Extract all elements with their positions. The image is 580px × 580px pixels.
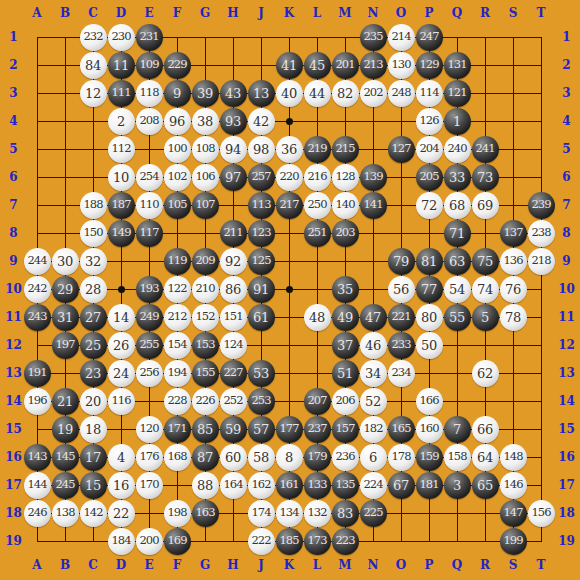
move-number: 77 xyxy=(421,283,437,296)
stone-A9-white[interactable]: 244 xyxy=(24,248,51,275)
stone-L16-black[interactable]: 179 xyxy=(304,444,331,471)
stone-F2-black[interactable]: 229 xyxy=(164,52,191,79)
col-label-bottom-R: R xyxy=(473,558,497,572)
move-number: 118 xyxy=(139,87,158,99)
stone-O2-white[interactable]: 130 xyxy=(388,52,415,79)
stone-M13-black[interactable]: 51 xyxy=(332,360,359,387)
stone-F13-white[interactable]: 194 xyxy=(164,360,191,387)
move-number: 159 xyxy=(419,451,438,463)
stone-E10-black[interactable]: 193 xyxy=(136,276,163,303)
stone-O5-black[interactable]: 127 xyxy=(388,136,415,163)
move-number: 78 xyxy=(505,311,521,324)
stone-K17-black[interactable]: 161 xyxy=(276,472,303,499)
stone-P2-black[interactable]: 129 xyxy=(416,52,443,79)
stone-M2-black[interactable]: 201 xyxy=(332,52,359,79)
move-number: 1 xyxy=(453,115,461,128)
move-number: 20 xyxy=(85,395,101,408)
stone-H11-white[interactable]: 151 xyxy=(220,304,247,331)
stone-E19-white[interactable]: 200 xyxy=(136,528,163,555)
stone-R6-black[interactable]: 73 xyxy=(472,164,499,191)
move-number: 117 xyxy=(139,227,158,239)
stone-M19-black[interactable]: 223 xyxy=(332,528,359,555)
stone-S19-black[interactable]: 199 xyxy=(500,528,527,555)
move-number: 152 xyxy=(195,311,214,323)
stone-G4-white[interactable]: 38 xyxy=(192,108,219,135)
stone-S11-white[interactable]: 78 xyxy=(500,304,527,331)
stone-L5-black[interactable]: 219 xyxy=(304,136,331,163)
stone-F7-black[interactable]: 105 xyxy=(164,192,191,219)
stone-D13-white[interactable]: 24 xyxy=(108,360,135,387)
move-number: 215 xyxy=(335,143,354,155)
stone-J3-black[interactable]: 13 xyxy=(248,80,275,107)
stone-F10-white[interactable]: 122 xyxy=(164,276,191,303)
stone-K6-white[interactable]: 220 xyxy=(276,164,303,191)
stone-E17-white[interactable]: 170 xyxy=(136,472,163,499)
stone-P4-white[interactable]: 126 xyxy=(416,108,443,135)
move-number: 204 xyxy=(419,143,438,155)
stone-C12-black[interactable]: 25 xyxy=(80,332,107,359)
stone-G15-black[interactable]: 85 xyxy=(192,416,219,443)
move-number: 133 xyxy=(307,479,326,491)
stone-O16-white[interactable]: 178 xyxy=(388,444,415,471)
stone-N6-black[interactable]: 139 xyxy=(360,164,387,191)
stone-M11-black[interactable]: 49 xyxy=(332,304,359,331)
move-number: 136 xyxy=(503,255,522,267)
stone-G3-black[interactable]: 39 xyxy=(192,80,219,107)
stone-B17-black[interactable]: 245 xyxy=(52,472,79,499)
move-number: 242 xyxy=(27,283,46,295)
move-number: 165 xyxy=(391,423,410,435)
stone-M8-black[interactable]: 203 xyxy=(332,220,359,247)
stone-Q17-black[interactable]: 3 xyxy=(444,472,471,499)
stone-P10-black[interactable]: 77 xyxy=(416,276,443,303)
stone-C14-white[interactable]: 20 xyxy=(80,388,107,415)
stone-R10-white[interactable]: 74 xyxy=(472,276,499,303)
move-number: 55 xyxy=(449,311,465,324)
col-label-top-B: B xyxy=(53,6,77,20)
stone-G10-white[interactable]: 210 xyxy=(192,276,219,303)
col-label-top-T: T xyxy=(529,6,553,20)
stone-L17-black[interactable]: 133 xyxy=(304,472,331,499)
move-number: 126 xyxy=(419,115,438,127)
stone-K18-white[interactable]: 134 xyxy=(276,500,303,527)
move-number: 197 xyxy=(55,339,74,351)
stone-B18-white[interactable]: 138 xyxy=(52,500,79,527)
stone-H14-white[interactable]: 252 xyxy=(220,388,247,415)
stone-K19-black[interactable]: 185 xyxy=(276,528,303,555)
stone-L6-white[interactable]: 216 xyxy=(304,164,331,191)
row-label-right-2: 2 xyxy=(553,58,580,72)
stone-E1-black[interactable]: 231 xyxy=(136,24,163,51)
stone-L18-white[interactable]: 132 xyxy=(304,500,331,527)
stone-Q15-black[interactable]: 7 xyxy=(444,416,471,443)
stone-T9-white[interactable]: 218 xyxy=(528,248,555,275)
stone-J17-white[interactable]: 162 xyxy=(248,472,275,499)
stone-T7-black[interactable]: 239 xyxy=(528,192,555,219)
stone-G14-white[interactable]: 226 xyxy=(192,388,219,415)
stone-T8-white[interactable]: 238 xyxy=(528,220,555,247)
move-number: 200 xyxy=(139,535,158,547)
row-label-left-5: 5 xyxy=(0,142,27,156)
move-number: 17 xyxy=(85,451,101,464)
move-number: 131 xyxy=(447,59,466,71)
stone-A17-white[interactable]: 144 xyxy=(24,472,51,499)
stone-D19-white[interactable]: 184 xyxy=(108,528,135,555)
stone-P6-black[interactable]: 205 xyxy=(416,164,443,191)
stone-L8-black[interactable]: 251 xyxy=(304,220,331,247)
stone-J14-black[interactable]: 253 xyxy=(248,388,275,415)
stone-A16-black[interactable]: 143 xyxy=(24,444,51,471)
stone-D14-white[interactable]: 116 xyxy=(108,388,135,415)
stone-O3-white[interactable]: 248 xyxy=(388,80,415,107)
stone-E12-black[interactable]: 255 xyxy=(136,332,163,359)
stone-O15-black[interactable]: 165 xyxy=(388,416,415,443)
stone-E7-white[interactable]: 110 xyxy=(136,192,163,219)
stone-D8-black[interactable]: 149 xyxy=(108,220,135,247)
stone-G17-white[interactable]: 88 xyxy=(192,472,219,499)
stone-F16-white[interactable]: 168 xyxy=(164,444,191,471)
stone-P7-white[interactable]: 72 xyxy=(416,192,443,219)
stone-O12-black[interactable]: 233 xyxy=(388,332,415,359)
move-number: 59 xyxy=(225,423,241,436)
stone-L3-white[interactable]: 44 xyxy=(304,80,331,107)
move-number: 249 xyxy=(139,311,158,323)
stone-O10-white[interactable]: 56 xyxy=(388,276,415,303)
stone-P16-black[interactable]: 159 xyxy=(416,444,443,471)
stone-K7-black[interactable]: 217 xyxy=(276,192,303,219)
stone-E8-black[interactable]: 117 xyxy=(136,220,163,247)
stone-J19-white[interactable]: 222 xyxy=(248,528,275,555)
stone-K15-black[interactable]: 177 xyxy=(276,416,303,443)
stone-M6-white[interactable]: 128 xyxy=(332,164,359,191)
stone-Q5-white[interactable]: 240 xyxy=(444,136,471,163)
move-number: 76 xyxy=(505,283,521,296)
stone-B16-black[interactable]: 145 xyxy=(52,444,79,471)
stone-M7-white[interactable]: 140 xyxy=(332,192,359,219)
move-number: 69 xyxy=(477,199,493,212)
stone-D6-white[interactable]: 10 xyxy=(108,164,135,191)
stone-L15-black[interactable]: 237 xyxy=(304,416,331,443)
stone-M17-black[interactable]: 135 xyxy=(332,472,359,499)
stone-F4-white[interactable]: 96 xyxy=(164,108,191,135)
stone-C10-white[interactable]: 28 xyxy=(80,276,107,303)
move-number: 151 xyxy=(223,311,242,323)
stone-O13-white[interactable]: 234 xyxy=(388,360,415,387)
stone-J16-white[interactable]: 58 xyxy=(248,444,275,471)
stone-N14-white[interactable]: 52 xyxy=(360,388,387,415)
stone-D18-white[interactable]: 22 xyxy=(108,500,135,527)
stone-Q4-black[interactable]: 1 xyxy=(444,108,471,135)
stone-B14-black[interactable]: 21 xyxy=(52,388,79,415)
stone-G11-white[interactable]: 152 xyxy=(192,304,219,331)
stone-E15-white[interactable]: 120 xyxy=(136,416,163,443)
stone-Q3-black[interactable]: 121 xyxy=(444,80,471,107)
stone-R5-black[interactable]: 241 xyxy=(472,136,499,163)
stone-D16-white[interactable]: 4 xyxy=(108,444,135,471)
row-label-left-6: 6 xyxy=(0,170,27,184)
stone-P5-white[interactable]: 204 xyxy=(416,136,443,163)
move-number: 176 xyxy=(139,451,158,463)
stone-N11-black[interactable]: 47 xyxy=(360,304,387,331)
stone-F11-white[interactable]: 212 xyxy=(164,304,191,331)
move-number: 241 xyxy=(475,143,494,155)
stone-H10-white[interactable]: 86 xyxy=(220,276,247,303)
stone-H6-black[interactable]: 97 xyxy=(220,164,247,191)
stone-H13-black[interactable]: 227 xyxy=(220,360,247,387)
stone-P3-white[interactable]: 114 xyxy=(416,80,443,107)
stone-R15-white[interactable]: 66 xyxy=(472,416,499,443)
stone-C15-white[interactable]: 18 xyxy=(80,416,107,443)
stone-Q9-black[interactable]: 63 xyxy=(444,248,471,275)
stone-A18-white[interactable]: 246 xyxy=(24,500,51,527)
stone-L2-black[interactable]: 45 xyxy=(304,52,331,79)
stone-F9-black[interactable]: 119 xyxy=(164,248,191,275)
row-label-left-10: 10 xyxy=(0,282,27,296)
stone-L11-white[interactable]: 48 xyxy=(304,304,331,331)
stone-M10-black[interactable]: 35 xyxy=(332,276,359,303)
stone-S10-white[interactable]: 76 xyxy=(500,276,527,303)
stone-M18-black[interactable]: 83 xyxy=(332,500,359,527)
stone-T18-white[interactable]: 156 xyxy=(528,500,555,527)
move-number: 185 xyxy=(279,535,298,547)
stone-N1-black[interactable]: 235 xyxy=(360,24,387,51)
stone-Q10-white[interactable]: 54 xyxy=(444,276,471,303)
stone-H17-white[interactable]: 164 xyxy=(220,472,247,499)
stone-Q11-black[interactable]: 55 xyxy=(444,304,471,331)
stone-M16-white[interactable]: 236 xyxy=(332,444,359,471)
stone-C3-white[interactable]: 12 xyxy=(80,80,107,107)
stone-D2-black[interactable]: 11 xyxy=(108,52,135,79)
stone-C16-black[interactable]: 17 xyxy=(80,444,107,471)
stone-S18-black[interactable]: 147 xyxy=(500,500,527,527)
move-number: 226 xyxy=(195,395,214,407)
stone-L7-white[interactable]: 250 xyxy=(304,192,331,219)
stone-H5-white[interactable]: 94 xyxy=(220,136,247,163)
stone-M14-white[interactable]: 206 xyxy=(332,388,359,415)
stone-O9-black[interactable]: 79 xyxy=(388,248,415,275)
stone-C18-white[interactable]: 142 xyxy=(80,500,107,527)
stone-H4-black[interactable]: 93 xyxy=(220,108,247,135)
stone-B12-black[interactable]: 197 xyxy=(52,332,79,359)
move-number: 149 xyxy=(111,227,130,239)
stone-C13-black[interactable]: 23 xyxy=(80,360,107,387)
stone-F14-white[interactable]: 228 xyxy=(164,388,191,415)
stone-Q16-white[interactable]: 158 xyxy=(444,444,471,471)
stone-J18-white[interactable]: 174 xyxy=(248,500,275,527)
stone-J8-black[interactable]: 123 xyxy=(248,220,275,247)
stone-E16-white[interactable]: 176 xyxy=(136,444,163,471)
stone-H8-black[interactable]: 211 xyxy=(220,220,247,247)
stone-S17-white[interactable]: 146 xyxy=(500,472,527,499)
stone-F3-black[interactable]: 9 xyxy=(164,80,191,107)
stone-B10-black[interactable]: 29 xyxy=(52,276,79,303)
stone-D1-white[interactable]: 230 xyxy=(108,24,135,51)
stone-C1-white[interactable]: 232 xyxy=(80,24,107,51)
stone-B9-white[interactable]: 30 xyxy=(52,248,79,275)
stone-K16-white[interactable]: 8 xyxy=(276,444,303,471)
move-number: 86 xyxy=(225,283,241,296)
move-number: 219 xyxy=(307,143,326,155)
stone-F18-white[interactable]: 198 xyxy=(164,500,191,527)
move-number: 29 xyxy=(57,283,73,296)
stone-O1-white[interactable]: 214 xyxy=(388,24,415,51)
stone-N16-white[interactable]: 6 xyxy=(360,444,387,471)
stone-D12-white[interactable]: 26 xyxy=(108,332,135,359)
stone-R16-white[interactable]: 64 xyxy=(472,444,499,471)
stone-J15-black[interactable]: 57 xyxy=(248,416,275,443)
stone-N15-white[interactable]: 182 xyxy=(360,416,387,443)
stone-G6-white[interactable]: 106 xyxy=(192,164,219,191)
stone-P14-white[interactable]: 166 xyxy=(416,388,443,415)
stone-H3-black[interactable]: 43 xyxy=(220,80,247,107)
stone-Q6-black[interactable]: 33 xyxy=(444,164,471,191)
stone-H9-white[interactable]: 92 xyxy=(220,248,247,275)
stone-Q7-white[interactable]: 68 xyxy=(444,192,471,219)
col-label-top-R: R xyxy=(473,6,497,20)
stone-N2-black[interactable]: 213 xyxy=(360,52,387,79)
stone-E11-black[interactable]: 249 xyxy=(136,304,163,331)
move-number: 23 xyxy=(85,367,101,380)
stone-E6-white[interactable]: 254 xyxy=(136,164,163,191)
stone-F15-black[interactable]: 171 xyxy=(164,416,191,443)
stone-P15-white[interactable]: 160 xyxy=(416,416,443,443)
move-number: 119 xyxy=(167,255,186,267)
stone-Q2-black[interactable]: 131 xyxy=(444,52,471,79)
stone-B15-black[interactable]: 19 xyxy=(52,416,79,443)
stone-H15-black[interactable]: 59 xyxy=(220,416,247,443)
stone-C9-white[interactable]: 32 xyxy=(80,248,107,275)
move-number: 113 xyxy=(251,199,270,211)
stone-F12-white[interactable]: 154 xyxy=(164,332,191,359)
stone-E3-white[interactable]: 118 xyxy=(136,80,163,107)
stone-K3-white[interactable]: 40 xyxy=(276,80,303,107)
stone-F19-black[interactable]: 169 xyxy=(164,528,191,555)
move-number: 18 xyxy=(85,423,101,436)
stone-P11-white[interactable]: 80 xyxy=(416,304,443,331)
stone-O11-black[interactable]: 221 xyxy=(388,304,415,331)
stone-K5-white[interactable]: 36 xyxy=(276,136,303,163)
stone-D11-white[interactable]: 14 xyxy=(108,304,135,331)
stone-C7-white[interactable]: 188 xyxy=(80,192,107,219)
stone-P12-white[interactable]: 50 xyxy=(416,332,443,359)
stone-F5-white[interactable]: 100 xyxy=(164,136,191,163)
row-label-right-12: 12 xyxy=(553,338,580,352)
stone-C17-black[interactable]: 15 xyxy=(80,472,107,499)
row-label-left-1: 1 xyxy=(0,30,27,44)
stone-Q8-black[interactable]: 71 xyxy=(444,220,471,247)
stone-J11-black[interactable]: 61 xyxy=(248,304,275,331)
stone-P9-black[interactable]: 81 xyxy=(416,248,443,275)
stone-L19-black[interactable]: 173 xyxy=(304,528,331,555)
stone-J13-black[interactable]: 53 xyxy=(248,360,275,387)
stone-S9-white[interactable]: 136 xyxy=(500,248,527,275)
move-number: 160 xyxy=(419,423,438,435)
stone-D5-white[interactable]: 112 xyxy=(108,136,135,163)
stone-G5-white[interactable]: 108 xyxy=(192,136,219,163)
stone-A10-white[interactable]: 242 xyxy=(24,276,51,303)
stone-M3-white[interactable]: 82 xyxy=(332,80,359,107)
stone-R11-black[interactable]: 5 xyxy=(472,304,499,331)
stone-N18-black[interactable]: 225 xyxy=(360,500,387,527)
stone-P17-black[interactable]: 181 xyxy=(416,472,443,499)
stone-G9-black[interactable]: 209 xyxy=(192,248,219,275)
stone-J7-black[interactable]: 113 xyxy=(248,192,275,219)
stone-S8-black[interactable]: 137 xyxy=(500,220,527,247)
move-number: 26 xyxy=(113,339,129,352)
move-number: 5 xyxy=(481,311,489,324)
stone-D4-white[interactable]: 2 xyxy=(108,108,135,135)
stone-J10-black[interactable]: 91 xyxy=(248,276,275,303)
stone-G18-black[interactable]: 163 xyxy=(192,500,219,527)
stone-P1-black[interactable]: 247 xyxy=(416,24,443,51)
stone-O17-black[interactable]: 67 xyxy=(388,472,415,499)
stone-J9-black[interactable]: 125 xyxy=(248,248,275,275)
stone-J5-white[interactable]: 98 xyxy=(248,136,275,163)
col-label-bottom-A: A xyxy=(25,558,49,572)
stone-R7-white[interactable]: 69 xyxy=(472,192,499,219)
stone-B11-black[interactable]: 31 xyxy=(52,304,79,331)
move-number: 218 xyxy=(531,255,550,267)
stone-D3-black[interactable]: 111 xyxy=(108,80,135,107)
stone-R9-black[interactable]: 75 xyxy=(472,248,499,275)
stone-H16-white[interactable]: 60 xyxy=(220,444,247,471)
stone-N12-white[interactable]: 46 xyxy=(360,332,387,359)
stone-C2-white[interactable]: 84 xyxy=(80,52,107,79)
stone-M12-black[interactable]: 37 xyxy=(332,332,359,359)
stone-E2-black[interactable]: 109 xyxy=(136,52,163,79)
stone-J4-white[interactable]: 42 xyxy=(248,108,275,135)
stone-D17-white[interactable]: 16 xyxy=(108,472,135,499)
stone-R13-white[interactable]: 62 xyxy=(472,360,499,387)
move-number: 37 xyxy=(337,339,353,352)
stone-N7-black[interactable]: 141 xyxy=(360,192,387,219)
stone-J6-black[interactable]: 257 xyxy=(248,164,275,191)
stone-A11-black[interactable]: 243 xyxy=(24,304,51,331)
stone-G16-black[interactable]: 87 xyxy=(192,444,219,471)
stone-H12-white[interactable]: 124 xyxy=(220,332,247,359)
stone-E4-white[interactable]: 208 xyxy=(136,108,163,135)
stone-C11-black[interactable]: 27 xyxy=(80,304,107,331)
row-label-left-14: 14 xyxy=(0,394,27,408)
stone-N3-white[interactable]: 202 xyxy=(360,80,387,107)
stone-S16-white[interactable]: 148 xyxy=(500,444,527,471)
stone-N17-white[interactable]: 224 xyxy=(360,472,387,499)
stone-G7-black[interactable]: 107 xyxy=(192,192,219,219)
stone-L14-black[interactable]: 207 xyxy=(304,388,331,415)
col-label-bottom-S: S xyxy=(501,558,525,572)
stone-M5-black[interactable]: 215 xyxy=(332,136,359,163)
stone-C8-white[interactable]: 150 xyxy=(80,220,107,247)
stone-E13-white[interactable]: 256 xyxy=(136,360,163,387)
stone-D7-black[interactable]: 187 xyxy=(108,192,135,219)
stone-N13-white[interactable]: 34 xyxy=(360,360,387,387)
stone-F6-white[interactable]: 102 xyxy=(164,164,191,191)
stone-G12-black[interactable]: 153 xyxy=(192,332,219,359)
stone-A14-white[interactable]: 196 xyxy=(24,388,51,415)
star-point-K4 xyxy=(286,118,293,125)
move-number: 9 xyxy=(173,87,181,100)
stone-R17-black[interactable]: 65 xyxy=(472,472,499,499)
stone-A13-black[interactable]: 191 xyxy=(24,360,51,387)
row-label-right-19: 19 xyxy=(553,534,580,548)
stone-K2-black[interactable]: 41 xyxy=(276,52,303,79)
move-number: 110 xyxy=(139,199,158,211)
stone-G13-black[interactable]: 155 xyxy=(192,360,219,387)
move-number: 211 xyxy=(223,227,242,239)
stone-M15-black[interactable]: 157 xyxy=(332,416,359,443)
move-number: 83 xyxy=(337,507,353,520)
row-label-right-10: 10 xyxy=(553,282,580,296)
